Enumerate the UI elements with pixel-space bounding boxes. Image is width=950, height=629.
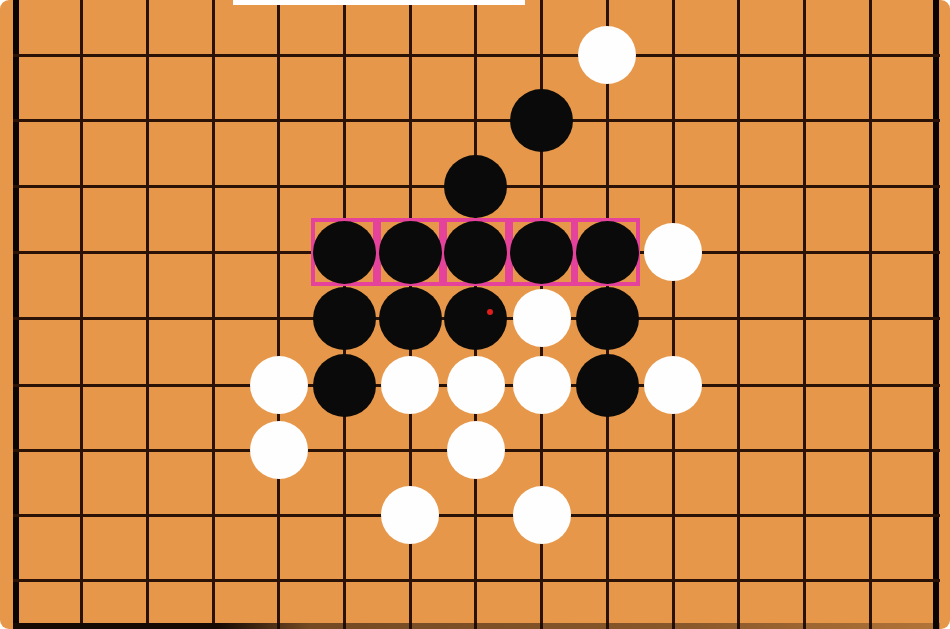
black-stone [576, 287, 639, 350]
black-stone [379, 287, 442, 350]
white-stone [644, 223, 702, 281]
black-stone [313, 287, 376, 350]
gomoku-screenshot [0, 0, 950, 629]
white-stone [513, 486, 571, 544]
black-stone [313, 354, 376, 417]
white-stone [644, 356, 702, 414]
white-stone [381, 486, 439, 544]
black-stone [379, 221, 442, 284]
board-grid [0, 22, 950, 629]
black-stone [510, 221, 573, 284]
white-stone [513, 356, 571, 414]
white-stone [250, 356, 308, 414]
black-stone [444, 221, 507, 284]
gomoku-board[interactable] [0, 0, 950, 629]
white-stone [513, 289, 571, 347]
black-stone [576, 354, 639, 417]
last-move-marker [487, 309, 493, 315]
white-stone [447, 356, 505, 414]
white-stone [250, 421, 308, 479]
black-stone [510, 89, 573, 152]
black-stone [444, 287, 507, 350]
white-stone [578, 26, 636, 84]
white-stone [381, 356, 439, 414]
black-stone [576, 221, 639, 284]
white-stone [447, 421, 505, 479]
black-stone [444, 155, 507, 218]
top-edge-artifact [233, 0, 525, 5]
black-stone [313, 221, 376, 284]
